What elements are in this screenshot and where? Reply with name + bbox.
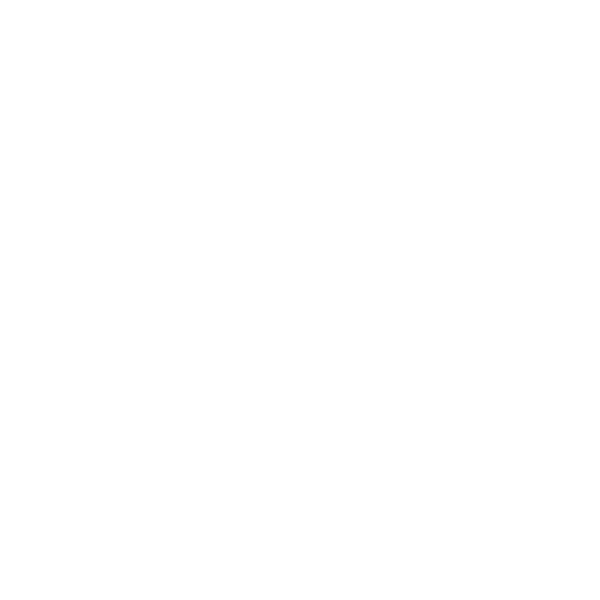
chessboard-scene	[0, 0, 600, 600]
board-svg	[0, 0, 600, 600]
